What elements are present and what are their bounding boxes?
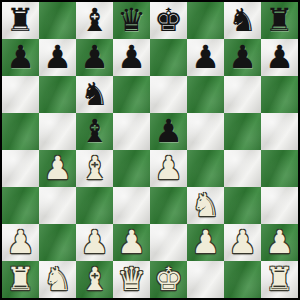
square-a5[interactable] xyxy=(2,113,39,150)
square-h4[interactable] xyxy=(261,150,298,187)
square-d5[interactable] xyxy=(113,113,150,150)
square-h5[interactable] xyxy=(261,113,298,150)
square-h3[interactable] xyxy=(261,187,298,224)
white-pawn[interactable]: ♟ xyxy=(228,226,257,258)
black-king[interactable]: ♚ xyxy=(154,4,183,36)
square-d1[interactable]: ♛ xyxy=(113,261,150,298)
black-queen[interactable]: ♛ xyxy=(117,4,146,36)
square-e5[interactable]: ♟ xyxy=(150,113,187,150)
square-f4[interactable] xyxy=(187,150,224,187)
square-f6[interactable] xyxy=(187,76,224,113)
white-king[interactable]: ♚ xyxy=(154,263,183,295)
square-c2[interactable]: ♟ xyxy=(76,224,113,261)
white-pawn[interactable]: ♟ xyxy=(43,152,72,184)
black-knight[interactable]: ♞ xyxy=(228,4,257,36)
square-f7[interactable]: ♟ xyxy=(187,39,224,76)
square-d2[interactable]: ♟ xyxy=(113,224,150,261)
square-g8[interactable]: ♞ xyxy=(224,2,261,39)
square-c1[interactable]: ♝ xyxy=(76,261,113,298)
square-c4[interactable]: ♝ xyxy=(76,150,113,187)
square-d6[interactable] xyxy=(113,76,150,113)
square-e1[interactable]: ♚ xyxy=(150,261,187,298)
square-e3[interactable] xyxy=(150,187,187,224)
square-h8[interactable]: ♜ xyxy=(261,2,298,39)
white-bishop[interactable]: ♝ xyxy=(80,152,109,184)
square-c3[interactable] xyxy=(76,187,113,224)
square-a4[interactable] xyxy=(2,150,39,187)
square-f1[interactable] xyxy=(187,261,224,298)
black-bishop[interactable]: ♝ xyxy=(80,115,109,147)
white-pawn[interactable]: ♟ xyxy=(265,226,294,258)
square-g7[interactable]: ♟ xyxy=(224,39,261,76)
square-d3[interactable] xyxy=(113,187,150,224)
black-pawn[interactable]: ♟ xyxy=(6,41,35,73)
white-rook[interactable]: ♜ xyxy=(265,263,294,295)
square-g6[interactable] xyxy=(224,76,261,113)
square-b7[interactable]: ♟ xyxy=(39,39,76,76)
square-e4[interactable]: ♟ xyxy=(150,150,187,187)
square-h6[interactable] xyxy=(261,76,298,113)
square-b1[interactable]: ♞ xyxy=(39,261,76,298)
square-g2[interactable]: ♟ xyxy=(224,224,261,261)
square-b2[interactable] xyxy=(39,224,76,261)
white-pawn[interactable]: ♟ xyxy=(154,152,183,184)
square-a8[interactable]: ♜ xyxy=(2,2,39,39)
square-c6[interactable]: ♞ xyxy=(76,76,113,113)
white-rook[interactable]: ♜ xyxy=(6,263,35,295)
white-pawn[interactable]: ♟ xyxy=(6,226,35,258)
square-h2[interactable]: ♟ xyxy=(261,224,298,261)
black-pawn[interactable]: ♟ xyxy=(80,41,109,73)
square-a3[interactable] xyxy=(2,187,39,224)
black-pawn[interactable]: ♟ xyxy=(265,41,294,73)
white-knight[interactable]: ♞ xyxy=(43,263,72,295)
square-a6[interactable] xyxy=(2,76,39,113)
square-b3[interactable] xyxy=(39,187,76,224)
square-e7[interactable] xyxy=(150,39,187,76)
square-d4[interactable] xyxy=(113,150,150,187)
square-g3[interactable] xyxy=(224,187,261,224)
square-e8[interactable]: ♚ xyxy=(150,2,187,39)
square-e6[interactable] xyxy=(150,76,187,113)
square-g4[interactable] xyxy=(224,150,261,187)
square-a2[interactable]: ♟ xyxy=(2,224,39,261)
square-b5[interactable] xyxy=(39,113,76,150)
square-c7[interactable]: ♟ xyxy=(76,39,113,76)
square-c5[interactable]: ♝ xyxy=(76,113,113,150)
square-h7[interactable]: ♟ xyxy=(261,39,298,76)
square-f3[interactable]: ♞ xyxy=(187,187,224,224)
white-pawn[interactable]: ♟ xyxy=(80,226,109,258)
square-g5[interactable] xyxy=(224,113,261,150)
square-b8[interactable] xyxy=(39,2,76,39)
white-bishop[interactable]: ♝ xyxy=(80,263,109,295)
black-pawn[interactable]: ♟ xyxy=(43,41,72,73)
square-d8[interactable]: ♛ xyxy=(113,2,150,39)
black-pawn[interactable]: ♟ xyxy=(117,41,146,73)
black-rook[interactable]: ♜ xyxy=(6,4,35,36)
white-knight[interactable]: ♞ xyxy=(191,189,220,221)
square-b6[interactable] xyxy=(39,76,76,113)
square-e2[interactable] xyxy=(150,224,187,261)
square-g1[interactable] xyxy=(224,261,261,298)
chess-board: ♜♝♛♚♞♜♟♟♟♟♟♟♟♞♝♟♟♝♟♞♟♟♟♟♟♟♜♞♝♛♚♜ xyxy=(0,0,300,300)
square-h1[interactable]: ♜ xyxy=(261,261,298,298)
square-a1[interactable]: ♜ xyxy=(2,261,39,298)
square-a7[interactable]: ♟ xyxy=(2,39,39,76)
square-b4[interactable]: ♟ xyxy=(39,150,76,187)
white-pawn[interactable]: ♟ xyxy=(191,226,220,258)
square-c8[interactable]: ♝ xyxy=(76,2,113,39)
black-knight[interactable]: ♞ xyxy=(80,78,109,110)
black-rook[interactable]: ♜ xyxy=(265,4,294,36)
square-f8[interactable] xyxy=(187,2,224,39)
square-f2[interactable]: ♟ xyxy=(187,224,224,261)
square-f5[interactable] xyxy=(187,113,224,150)
black-pawn[interactable]: ♟ xyxy=(228,41,257,73)
black-pawn[interactable]: ♟ xyxy=(191,41,220,73)
white-queen[interactable]: ♛ xyxy=(117,263,146,295)
black-bishop[interactable]: ♝ xyxy=(80,4,109,36)
square-d7[interactable]: ♟ xyxy=(113,39,150,76)
black-pawn[interactable]: ♟ xyxy=(154,115,183,147)
white-pawn[interactable]: ♟ xyxy=(117,226,146,258)
